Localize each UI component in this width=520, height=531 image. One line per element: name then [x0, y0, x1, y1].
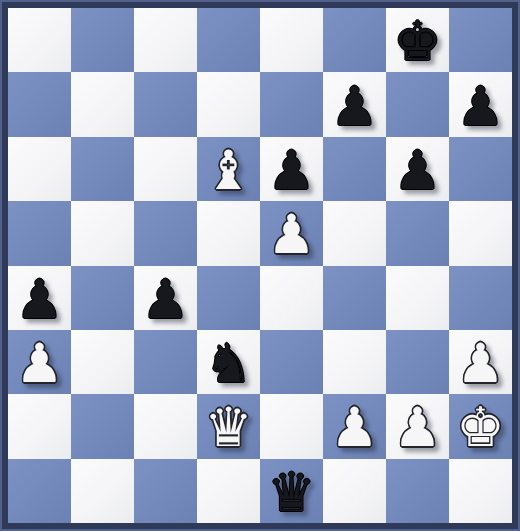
- square-f7[interactable]: ♟: [323, 72, 386, 136]
- square-a7[interactable]: [8, 72, 71, 136]
- square-d4[interactable]: [197, 266, 260, 330]
- square-f3[interactable]: [323, 330, 386, 394]
- square-d7[interactable]: [197, 72, 260, 136]
- square-b2[interactable]: [71, 394, 134, 458]
- piece-black-pawn[interactable]: ♟: [330, 76, 378, 134]
- square-e6[interactable]: ♟: [260, 137, 323, 201]
- piece-white-pawn[interactable]: ♟: [393, 397, 441, 455]
- square-d8[interactable]: [197, 8, 260, 72]
- piece-white-king[interactable]: ♚: [456, 397, 504, 455]
- square-b7[interactable]: [71, 72, 134, 136]
- piece-black-pawn[interactable]: ♟: [393, 140, 441, 198]
- piece-black-pawn[interactable]: ♟: [141, 269, 189, 327]
- square-h2[interactable]: ♚: [449, 394, 512, 458]
- square-f5[interactable]: [323, 201, 386, 265]
- piece-black-pawn[interactable]: ♟: [15, 269, 63, 327]
- piece-white-pawn[interactable]: ♟: [15, 333, 63, 391]
- chess-board: ♚♟♟♝♟♟♟♟♟♟♞♟♛♟♟♚♛: [8, 8, 512, 523]
- square-f6[interactable]: [323, 137, 386, 201]
- square-e7[interactable]: [260, 72, 323, 136]
- square-h7[interactable]: ♟: [449, 72, 512, 136]
- square-h4[interactable]: [449, 266, 512, 330]
- piece-black-knight[interactable]: ♞: [204, 333, 252, 391]
- square-a4[interactable]: ♟: [8, 266, 71, 330]
- chess-board-frame: ♚♟♟♝♟♟♟♟♟♟♞♟♛♟♟♚♛: [0, 0, 520, 531]
- square-a1[interactable]: [8, 459, 71, 523]
- square-f1[interactable]: [323, 459, 386, 523]
- square-c1[interactable]: [134, 459, 197, 523]
- square-d2[interactable]: ♛: [197, 394, 260, 458]
- piece-black-pawn[interactable]: ♟: [456, 76, 504, 134]
- square-b3[interactable]: [71, 330, 134, 394]
- piece-white-pawn[interactable]: ♟: [267, 204, 315, 262]
- square-g4[interactable]: [386, 266, 449, 330]
- square-a6[interactable]: [8, 137, 71, 201]
- square-e8[interactable]: [260, 8, 323, 72]
- square-a3[interactable]: ♟: [8, 330, 71, 394]
- square-b5[interactable]: [71, 201, 134, 265]
- square-g6[interactable]: ♟: [386, 137, 449, 201]
- square-c8[interactable]: [134, 8, 197, 72]
- square-c3[interactable]: [134, 330, 197, 394]
- square-h8[interactable]: [449, 8, 512, 72]
- square-g3[interactable]: [386, 330, 449, 394]
- square-c5[interactable]: [134, 201, 197, 265]
- square-b1[interactable]: [71, 459, 134, 523]
- piece-black-king[interactable]: ♚: [393, 11, 441, 69]
- square-f8[interactable]: [323, 8, 386, 72]
- square-e5[interactable]: ♟: [260, 201, 323, 265]
- piece-white-pawn[interactable]: ♟: [330, 397, 378, 455]
- piece-black-pawn[interactable]: ♟: [267, 140, 315, 198]
- square-h6[interactable]: [449, 137, 512, 201]
- square-c6[interactable]: [134, 137, 197, 201]
- square-e4[interactable]: [260, 266, 323, 330]
- square-c4[interactable]: ♟: [134, 266, 197, 330]
- square-d1[interactable]: [197, 459, 260, 523]
- square-a5[interactable]: [8, 201, 71, 265]
- square-g5[interactable]: [386, 201, 449, 265]
- square-f4[interactable]: [323, 266, 386, 330]
- square-a8[interactable]: [8, 8, 71, 72]
- piece-white-bishop[interactable]: ♝: [204, 140, 252, 198]
- square-d6[interactable]: ♝: [197, 137, 260, 201]
- square-e3[interactable]: [260, 330, 323, 394]
- square-f2[interactable]: ♟: [323, 394, 386, 458]
- square-g7[interactable]: [386, 72, 449, 136]
- square-h3[interactable]: ♟: [449, 330, 512, 394]
- square-c7[interactable]: [134, 72, 197, 136]
- square-g1[interactable]: [386, 459, 449, 523]
- square-h1[interactable]: [449, 459, 512, 523]
- square-e1[interactable]: ♛: [260, 459, 323, 523]
- square-b4[interactable]: [71, 266, 134, 330]
- square-d3[interactable]: ♞: [197, 330, 260, 394]
- square-d5[interactable]: [197, 201, 260, 265]
- piece-white-queen[interactable]: ♛: [204, 397, 252, 455]
- square-a2[interactable]: [8, 394, 71, 458]
- square-b8[interactable]: [71, 8, 134, 72]
- piece-black-queen[interactable]: ♛: [267, 462, 315, 520]
- square-e2[interactable]: [260, 394, 323, 458]
- square-g2[interactable]: ♟: [386, 394, 449, 458]
- square-g8[interactable]: ♚: [386, 8, 449, 72]
- square-c2[interactable]: [134, 394, 197, 458]
- square-h5[interactable]: [449, 201, 512, 265]
- square-b6[interactable]: [71, 137, 134, 201]
- piece-white-pawn[interactable]: ♟: [456, 333, 504, 391]
